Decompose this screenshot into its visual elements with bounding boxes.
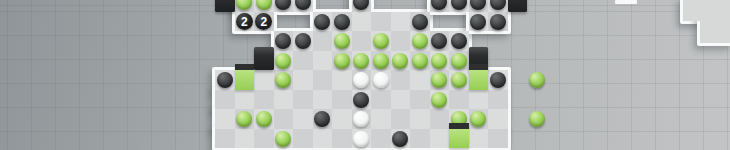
board-cell[interactable] bbox=[430, 109, 450, 129]
game-canvas: 22 bbox=[0, 0, 730, 150]
board-cell[interactable] bbox=[410, 90, 430, 110]
black-piece[interactable] bbox=[295, 33, 311, 49]
board-cell[interactable] bbox=[352, 31, 372, 51]
board-cell[interactable] bbox=[332, 90, 352, 110]
board-cell[interactable] bbox=[410, 129, 430, 149]
green-piece[interactable] bbox=[451, 72, 467, 88]
board-cell[interactable] bbox=[488, 90, 508, 110]
board-cell[interactable] bbox=[449, 90, 469, 110]
green-piece[interactable] bbox=[431, 53, 447, 69]
board-cell[interactable] bbox=[274, 109, 294, 129]
black-piece[interactable] bbox=[470, 14, 486, 30]
green-piece[interactable] bbox=[334, 53, 350, 69]
board-cell[interactable] bbox=[430, 129, 450, 149]
board-cell[interactable] bbox=[293, 90, 313, 110]
wall-block bbox=[508, 0, 528, 12]
black-piece[interactable] bbox=[217, 72, 233, 88]
wall-block bbox=[254, 47, 274, 71]
green-piece[interactable] bbox=[412, 53, 428, 69]
board-cell[interactable] bbox=[313, 51, 333, 71]
green-tile[interactable] bbox=[469, 64, 489, 90]
black-piece[interactable] bbox=[451, 33, 467, 49]
board-cell[interactable] bbox=[215, 90, 235, 110]
board-cell[interactable] bbox=[293, 51, 313, 71]
board-cell[interactable] bbox=[371, 129, 391, 149]
board-cell[interactable] bbox=[469, 129, 489, 149]
board-cell[interactable] bbox=[274, 90, 294, 110]
board-cell[interactable] bbox=[215, 109, 235, 129]
board-cell[interactable] bbox=[391, 109, 411, 129]
board-cell[interactable] bbox=[313, 70, 333, 90]
white-piece[interactable] bbox=[353, 131, 369, 147]
board-cell[interactable] bbox=[469, 90, 489, 110]
white-piece[interactable] bbox=[373, 72, 389, 88]
board-cell[interactable] bbox=[293, 109, 313, 129]
green-piece[interactable] bbox=[334, 33, 350, 49]
board-cell[interactable] bbox=[332, 70, 352, 90]
count-badge: 2 bbox=[236, 13, 253, 30]
board-cell[interactable] bbox=[371, 109, 391, 129]
board-cell[interactable] bbox=[313, 129, 333, 149]
board-cell[interactable] bbox=[391, 31, 411, 51]
green-tile[interactable] bbox=[235, 64, 255, 90]
board-cell[interactable] bbox=[313, 90, 333, 110]
board-cell[interactable] bbox=[488, 109, 508, 129]
green-piece[interactable] bbox=[412, 33, 428, 49]
board-cell[interactable] bbox=[332, 109, 352, 129]
board-cell[interactable] bbox=[371, 12, 391, 32]
board-cell[interactable] bbox=[410, 109, 430, 129]
board-cell[interactable] bbox=[293, 70, 313, 90]
board-cell[interactable] bbox=[293, 129, 313, 149]
black-piece[interactable] bbox=[490, 72, 506, 88]
black-piece[interactable] bbox=[392, 131, 408, 147]
green-piece[interactable] bbox=[256, 111, 272, 127]
right-panel-area bbox=[700, 0, 730, 43]
wall-block bbox=[215, 0, 235, 12]
green-piece[interactable] bbox=[529, 72, 545, 88]
black-piece[interactable] bbox=[490, 14, 506, 30]
board-cell[interactable] bbox=[391, 90, 411, 110]
green-piece[interactable] bbox=[392, 53, 408, 69]
board-cell[interactable] bbox=[254, 70, 274, 90]
green-piece[interactable] bbox=[275, 53, 291, 69]
board-cell[interactable] bbox=[254, 90, 274, 110]
board-cell[interactable] bbox=[254, 129, 274, 149]
board-cell[interactable] bbox=[352, 12, 372, 32]
board-cell[interactable] bbox=[332, 129, 352, 149]
board-cell[interactable] bbox=[371, 90, 391, 110]
green-piece[interactable] bbox=[451, 53, 467, 69]
board-cell[interactable] bbox=[391, 12, 411, 32]
black-piece[interactable] bbox=[334, 14, 350, 30]
green-piece[interactable] bbox=[373, 33, 389, 49]
board-cell[interactable] bbox=[410, 70, 430, 90]
board-cell[interactable] bbox=[215, 129, 235, 149]
board-cell[interactable] bbox=[488, 129, 508, 149]
board-cell[interactable] bbox=[235, 90, 255, 110]
board-cell[interactable] bbox=[313, 31, 333, 51]
board-cell[interactable] bbox=[391, 70, 411, 90]
green-piece[interactable] bbox=[373, 53, 389, 69]
green-piece[interactable] bbox=[275, 131, 291, 147]
green-piece[interactable] bbox=[431, 92, 447, 108]
board-cell[interactable] bbox=[235, 129, 255, 149]
green-piece[interactable] bbox=[529, 111, 545, 127]
black-piece[interactable] bbox=[314, 14, 330, 30]
black-piece[interactable] bbox=[412, 14, 428, 30]
green-tile[interactable] bbox=[449, 123, 469, 149]
cut-panel-edge bbox=[615, 0, 637, 4]
green-piece[interactable] bbox=[353, 53, 369, 69]
black-piece[interactable] bbox=[353, 92, 369, 108]
